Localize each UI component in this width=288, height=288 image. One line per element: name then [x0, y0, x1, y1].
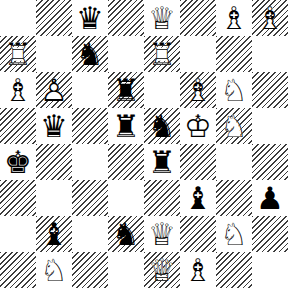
square-c6[interactable] — [72, 72, 108, 108]
white-bishop-icon[interactable]: ♝♗ — [180, 252, 216, 288]
square-d4[interactable] — [108, 144, 144, 180]
white-queen-icon[interactable]: ♛♕ — [144, 252, 180, 288]
square-a1[interactable] — [0, 252, 36, 288]
square-g5[interactable]: ♞♘ — [216, 108, 252, 144]
square-h6[interactable] — [252, 72, 288, 108]
black-king-icon[interactable]: ♚ — [0, 144, 36, 180]
square-b4[interactable] — [36, 144, 72, 180]
square-d8[interactable] — [108, 0, 144, 36]
black-rook-icon[interactable]: ♜ — [108, 72, 144, 108]
square-c5[interactable] — [72, 108, 108, 144]
white-queen-icon[interactable]: ♛♕ — [144, 216, 180, 252]
white-knight-icon[interactable]: ♞♘ — [216, 72, 252, 108]
square-h4[interactable] — [252, 144, 288, 180]
square-f8[interactable] — [180, 0, 216, 36]
white-bishop-icon[interactable]: ♝♗ — [252, 0, 288, 36]
black-piece-glyph: ♟ — [252, 180, 288, 216]
white-king-icon[interactable]: ♚♔ — [180, 108, 216, 144]
black-rook-icon[interactable]: ♜ — [144, 144, 180, 180]
white-piece-outline: ♘ — [216, 108, 252, 144]
square-a2[interactable] — [0, 216, 36, 252]
white-piece-outline: ♔ — [180, 108, 216, 144]
black-rook-icon[interactable]: ♜ — [108, 108, 144, 144]
white-piece-outline: ♗ — [0, 72, 36, 108]
chess-board: ♛♛♕♝♗♝♗♜♖♞♜♖♝♗♟♙♜♝♗♞♘♛♜♞♚♔♞♘♚♜♝♟♝♞♛♕♞♘♞♘… — [0, 0, 288, 288]
square-f3[interactable]: ♝ — [180, 180, 216, 216]
white-piece-outline: ♕ — [144, 0, 180, 36]
square-c3[interactable] — [72, 180, 108, 216]
square-h1[interactable] — [252, 252, 288, 288]
square-e2[interactable]: ♛♕ — [144, 216, 180, 252]
black-piece-glyph: ♛ — [72, 0, 108, 36]
black-piece-glyph: ♛ — [36, 108, 72, 144]
square-a7[interactable]: ♜♖ — [0, 36, 36, 72]
white-piece-outline: ♘ — [216, 72, 252, 108]
square-b2[interactable]: ♝ — [36, 216, 72, 252]
white-rook-icon[interactable]: ♜♖ — [0, 36, 36, 72]
white-queen-icon[interactable]: ♛♕ — [144, 0, 180, 36]
black-bishop-icon[interactable]: ♝ — [36, 216, 72, 252]
square-b1[interactable]: ♞♘ — [36, 252, 72, 288]
black-piece-glyph: ♞ — [72, 36, 108, 72]
square-c2[interactable] — [72, 216, 108, 252]
square-h3[interactable]: ♟ — [252, 180, 288, 216]
black-piece-glyph: ♜ — [144, 144, 180, 180]
black-bishop-icon[interactable]: ♝ — [180, 180, 216, 216]
black-piece-glyph: ♝ — [180, 180, 216, 216]
square-e8[interactable]: ♛♕ — [144, 0, 180, 36]
square-e5[interactable]: ♞ — [144, 108, 180, 144]
white-piece-outline: ♕ — [144, 216, 180, 252]
square-d6[interactable]: ♜ — [108, 72, 144, 108]
square-a3[interactable] — [0, 180, 36, 216]
white-piece-outline: ♖ — [0, 36, 36, 72]
square-g4[interactable] — [216, 144, 252, 180]
square-b7[interactable] — [36, 36, 72, 72]
square-h7[interactable] — [252, 36, 288, 72]
black-knight-icon[interactable]: ♞ — [108, 216, 144, 252]
square-f1[interactable]: ♝♗ — [180, 252, 216, 288]
white-piece-outline: ♗ — [180, 72, 216, 108]
black-piece-glyph: ♜ — [108, 108, 144, 144]
white-knight-icon[interactable]: ♞♘ — [216, 216, 252, 252]
square-h5[interactable] — [252, 108, 288, 144]
square-f6[interactable]: ♝♗ — [180, 72, 216, 108]
white-piece-outline: ♕ — [144, 252, 180, 288]
black-piece-glyph: ♜ — [108, 72, 144, 108]
square-b8[interactable] — [36, 0, 72, 36]
black-knight-icon[interactable]: ♞ — [72, 36, 108, 72]
square-c4[interactable] — [72, 144, 108, 180]
square-c1[interactable] — [72, 252, 108, 288]
square-g7[interactable] — [216, 36, 252, 72]
black-pawn-icon[interactable]: ♟ — [252, 180, 288, 216]
black-queen-icon[interactable]: ♛ — [36, 108, 72, 144]
black-knight-icon[interactable]: ♞ — [144, 108, 180, 144]
square-e6[interactable] — [144, 72, 180, 108]
square-d3[interactable] — [108, 180, 144, 216]
square-d7[interactable] — [108, 36, 144, 72]
white-knight-icon[interactable]: ♞♘ — [36, 252, 72, 288]
square-b6[interactable]: ♟♙ — [36, 72, 72, 108]
square-g3[interactable] — [216, 180, 252, 216]
square-b3[interactable] — [36, 180, 72, 216]
white-piece-outline: ♘ — [36, 252, 72, 288]
white-piece-outline: ♙ — [36, 72, 72, 108]
square-e7[interactable]: ♜♖ — [144, 36, 180, 72]
square-b5[interactable]: ♛ — [36, 108, 72, 144]
square-g6[interactable]: ♞♘ — [216, 72, 252, 108]
square-a5[interactable] — [0, 108, 36, 144]
screenshot-stage: ♛♛♕♝♗♝♗♜♖♞♜♖♝♗♟♙♜♝♗♞♘♛♜♞♚♔♞♘♚♜♝♟♝♞♛♕♞♘♞♘… — [0, 0, 288, 288]
square-g8[interactable]: ♝♗ — [216, 0, 252, 36]
black-piece-glyph: ♞ — [144, 108, 180, 144]
square-a4[interactable]: ♚ — [0, 144, 36, 180]
square-c7[interactable]: ♞ — [72, 36, 108, 72]
square-f4[interactable] — [180, 144, 216, 180]
white-piece-outline: ♗ — [180, 252, 216, 288]
white-piece-outline: ♘ — [216, 216, 252, 252]
square-a8[interactable] — [0, 0, 36, 36]
square-h2[interactable] — [252, 216, 288, 252]
white-bishop-icon[interactable]: ♝♗ — [216, 0, 252, 36]
white-bishop-icon[interactable]: ♝♗ — [0, 72, 36, 108]
square-e3[interactable] — [144, 180, 180, 216]
white-piece-outline: ♗ — [216, 0, 252, 36]
black-piece-glyph: ♝ — [36, 216, 72, 252]
white-piece-outline: ♖ — [144, 36, 180, 72]
square-g1[interactable] — [216, 252, 252, 288]
square-c8[interactable]: ♛ — [72, 0, 108, 36]
white-bishop-icon[interactable]: ♝♗ — [180, 72, 216, 108]
white-knight-icon[interactable]: ♞♘ — [216, 108, 252, 144]
square-d1[interactable] — [108, 252, 144, 288]
square-a6[interactable]: ♝♗ — [0, 72, 36, 108]
square-f2[interactable] — [180, 216, 216, 252]
square-f5[interactable]: ♚♔ — [180, 108, 216, 144]
square-e1[interactable]: ♛♕ — [144, 252, 180, 288]
square-g2[interactable]: ♞♘ — [216, 216, 252, 252]
square-f7[interactable] — [180, 36, 216, 72]
square-h8[interactable]: ♝♗ — [252, 0, 288, 36]
square-e4[interactable]: ♜ — [144, 144, 180, 180]
white-piece-outline: ♗ — [252, 0, 288, 36]
square-d2[interactable]: ♞ — [108, 216, 144, 252]
square-d5[interactable]: ♜ — [108, 108, 144, 144]
white-rook-icon[interactable]: ♜♖ — [144, 36, 180, 72]
black-queen-icon[interactable]: ♛ — [72, 0, 108, 36]
black-piece-glyph: ♚ — [0, 144, 36, 180]
white-pawn-icon[interactable]: ♟♙ — [36, 72, 72, 108]
black-piece-glyph: ♞ — [108, 216, 144, 252]
